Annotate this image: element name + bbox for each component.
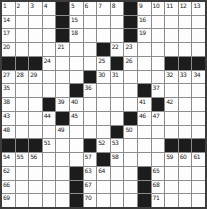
clue-number: 63	[85, 167, 92, 174]
white-cell[interactable]	[152, 139, 165, 152]
white-cell[interactable]: 53	[111, 139, 124, 152]
clue-number: 68	[153, 181, 160, 188]
white-cell[interactable]	[111, 167, 124, 180]
white-cell[interactable]	[29, 112, 42, 125]
white-cell[interactable]	[56, 194, 69, 207]
white-cell[interactable]	[111, 181, 124, 194]
white-cell[interactable]	[43, 84, 56, 97]
white-cell[interactable]	[97, 194, 110, 207]
white-cell[interactable]: 49	[56, 126, 69, 139]
clue-number: 14	[3, 16, 10, 23]
white-cell[interactable]: 55	[16, 153, 29, 166]
black-cell	[16, 57, 29, 70]
white-cell[interactable]	[56, 71, 69, 84]
white-cell[interactable]	[152, 29, 165, 42]
white-cell[interactable]: 47	[152, 112, 165, 125]
clue-number: 54	[3, 153, 10, 160]
clue-number: 30	[98, 71, 105, 78]
white-cell[interactable]: 1	[2, 2, 15, 15]
white-cell[interactable]: 36	[84, 84, 97, 97]
white-cell[interactable]	[192, 29, 205, 42]
white-cell[interactable]	[70, 153, 83, 166]
clue-number: 9	[139, 2, 142, 9]
white-cell[interactable]	[70, 126, 83, 139]
black-cell	[152, 98, 165, 111]
white-cell[interactable]: 45	[70, 112, 83, 125]
clue-number: 58	[112, 153, 119, 160]
white-cell[interactable]: 38	[2, 98, 15, 111]
white-cell[interactable]: 27	[2, 71, 15, 84]
white-cell[interactable]: 2	[16, 2, 29, 15]
clue-number: 61	[193, 153, 200, 160]
white-cell[interactable]: 14	[2, 16, 15, 29]
white-cell[interactable]: 58	[111, 153, 124, 166]
white-cell[interactable]: 57	[84, 153, 97, 166]
white-cell[interactable]: 16	[138, 16, 151, 29]
white-cell[interactable]	[124, 84, 137, 97]
clue-number: 59	[166, 153, 173, 160]
white-cell[interactable]	[97, 126, 110, 139]
clue-number: 1	[3, 2, 6, 9]
clue-number: 15	[71, 16, 78, 23]
clue-number: 62	[3, 167, 10, 174]
white-cell[interactable]: 69	[2, 194, 15, 207]
black-cell	[84, 139, 97, 152]
white-cell[interactable]: 25	[97, 57, 110, 70]
white-cell[interactable]: 43	[2, 112, 15, 125]
white-cell[interactable]	[56, 57, 69, 70]
clue-number: 36	[85, 84, 92, 91]
clue-number: 51	[44, 139, 51, 146]
black-cell	[124, 2, 137, 15]
black-cell	[56, 112, 69, 125]
clue-number: 46	[139, 112, 146, 119]
white-cell[interactable]	[165, 84, 178, 97]
white-cell[interactable]: 20	[2, 43, 15, 56]
white-cell[interactable]	[70, 71, 83, 84]
black-cell	[192, 57, 205, 70]
white-cell[interactable]: 30	[97, 71, 110, 84]
white-cell[interactable]	[29, 181, 42, 194]
clue-number: 6	[85, 2, 88, 9]
white-cell[interactable]: 7	[97, 2, 110, 15]
clue-number: 29	[30, 71, 37, 78]
white-cell[interactable]	[97, 181, 110, 194]
white-cell[interactable]	[111, 98, 124, 111]
black-cell	[70, 84, 83, 97]
black-cell	[16, 139, 29, 152]
white-cell[interactable]	[43, 16, 56, 29]
black-cell	[2, 139, 15, 152]
white-cell[interactable]	[70, 139, 83, 152]
white-cell[interactable]	[179, 29, 192, 42]
clue-number: 2	[17, 2, 20, 9]
white-cell[interactable]: 35	[2, 84, 15, 97]
white-cell[interactable]	[43, 71, 56, 84]
black-cell	[111, 126, 124, 139]
white-cell[interactable]: 18	[70, 29, 83, 42]
clue-number: 17	[3, 29, 10, 36]
white-cell[interactable]: 37	[152, 84, 165, 97]
white-cell[interactable]	[152, 43, 165, 56]
white-cell[interactable]: 9	[138, 2, 151, 15]
white-cell[interactable]	[16, 29, 29, 42]
white-cell[interactable]: 24	[43, 57, 56, 70]
black-cell	[29, 139, 42, 152]
clue-number: 18	[71, 29, 78, 36]
clue-number: 65	[153, 167, 160, 174]
black-cell	[56, 29, 69, 42]
clue-number: 24	[44, 57, 51, 64]
white-cell[interactable]	[111, 29, 124, 42]
white-cell[interactable]: 66	[2, 181, 15, 194]
white-cell[interactable]: 19	[138, 29, 151, 42]
black-cell	[111, 57, 124, 70]
clue-number: 33	[180, 71, 187, 78]
black-cell	[138, 181, 151, 194]
black-cell	[97, 43, 110, 56]
clue-number: 67	[85, 181, 92, 188]
black-cell	[138, 194, 151, 207]
white-cell[interactable]	[16, 16, 29, 29]
white-cell[interactable]	[56, 181, 69, 194]
clue-number: 22	[112, 43, 119, 50]
white-cell[interactable]: 31	[111, 71, 124, 84]
white-cell[interactable]	[111, 194, 124, 207]
white-cell[interactable]: 71	[152, 194, 165, 207]
white-cell[interactable]	[29, 43, 42, 56]
clue-number: 49	[57, 126, 64, 133]
clue-number: 5	[71, 2, 74, 9]
white-cell[interactable]	[43, 153, 56, 166]
white-cell[interactable]	[138, 153, 151, 166]
white-cell[interactable]	[16, 98, 29, 111]
white-cell[interactable]	[16, 112, 29, 125]
clue-number: 44	[44, 112, 51, 119]
white-cell[interactable]	[97, 84, 110, 97]
clue-number: 20	[3, 43, 10, 50]
white-cell[interactable]	[192, 43, 205, 56]
white-cell[interactable]	[179, 84, 192, 97]
white-cell[interactable]: 46	[138, 112, 151, 125]
clue-number: 48	[3, 126, 10, 133]
white-cell[interactable]	[179, 16, 192, 29]
clue-number: 10	[153, 2, 160, 9]
clue-number: 43	[3, 112, 10, 119]
white-cell[interactable]: 3	[29, 2, 42, 15]
white-cell[interactable]: 32	[165, 71, 178, 84]
black-cell	[165, 139, 178, 152]
white-cell[interactable]	[16, 126, 29, 139]
clue-number: 32	[166, 71, 173, 78]
white-cell[interactable]	[124, 194, 137, 207]
clue-number: 60	[180, 153, 187, 160]
crossword-grid: 1234567891011121314151617181920212223242…	[0, 0, 207, 209]
black-cell	[70, 167, 83, 180]
white-cell[interactable]	[43, 167, 56, 180]
clue-number: 13	[193, 2, 200, 9]
white-cell[interactable]	[29, 167, 42, 180]
black-cell	[84, 71, 97, 84]
white-cell[interactable]: 61	[192, 153, 205, 166]
white-cell[interactable]	[192, 112, 205, 125]
white-cell[interactable]	[152, 57, 165, 70]
white-cell[interactable]: 11	[165, 2, 178, 15]
white-cell[interactable]	[97, 16, 110, 29]
white-cell[interactable]	[152, 126, 165, 139]
clue-number: 35	[3, 84, 10, 91]
white-cell[interactable]: 10	[152, 2, 165, 15]
white-cell[interactable]: 54	[2, 153, 15, 166]
clue-number: 53	[112, 139, 119, 146]
white-cell[interactable]	[192, 84, 205, 97]
white-cell[interactable]	[16, 43, 29, 56]
white-cell[interactable]	[56, 153, 69, 166]
white-cell[interactable]: 6	[84, 2, 97, 15]
clue-number: 56	[30, 153, 37, 160]
white-cell[interactable]	[179, 126, 192, 139]
white-cell[interactable]: 67	[84, 181, 97, 194]
white-cell[interactable]	[70, 43, 83, 56]
clue-number: 11	[166, 2, 173, 9]
clue-number: 19	[139, 29, 146, 36]
white-cell[interactable]: 62	[2, 167, 15, 180]
white-cell[interactable]	[152, 153, 165, 166]
white-cell[interactable]: 26	[124, 57, 137, 70]
black-cell	[70, 194, 83, 207]
white-cell[interactable]: 4	[43, 2, 56, 15]
clue-number: 57	[85, 153, 92, 160]
clue-number: 34	[193, 71, 200, 78]
white-cell[interactable]	[84, 57, 97, 70]
white-cell[interactable]: 50	[124, 126, 137, 139]
clue-number: 66	[3, 181, 10, 188]
black-cell	[97, 153, 110, 166]
white-cell[interactable]	[192, 126, 205, 139]
black-cell	[165, 57, 178, 70]
white-cell[interactable]	[111, 112, 124, 125]
clue-number: 45	[71, 112, 78, 119]
black-cell	[70, 181, 83, 194]
black-cell	[179, 139, 192, 152]
white-cell[interactable]	[124, 98, 137, 111]
black-cell	[29, 57, 42, 70]
white-cell[interactable]	[43, 126, 56, 139]
white-cell[interactable]	[124, 181, 137, 194]
white-cell[interactable]	[111, 84, 124, 97]
clue-number: 39	[57, 98, 64, 105]
black-cell	[124, 112, 137, 125]
white-cell[interactable]	[84, 98, 97, 111]
white-cell[interactable]	[97, 98, 110, 111]
white-cell[interactable]	[56, 139, 69, 152]
black-cell	[43, 98, 56, 111]
white-cell[interactable]	[165, 167, 178, 180]
white-cell[interactable]	[56, 167, 69, 180]
white-cell[interactable]: 17	[2, 29, 15, 42]
white-cell[interactable]: 22	[111, 43, 124, 56]
clue-number: 25	[98, 57, 105, 64]
white-cell[interactable]	[84, 29, 97, 42]
white-cell[interactable]: 42	[165, 98, 178, 111]
white-cell[interactable]	[179, 194, 192, 207]
white-cell[interactable]	[43, 181, 56, 194]
white-cell[interactable]	[56, 84, 69, 97]
white-cell[interactable]: 64	[97, 167, 110, 180]
white-cell[interactable]	[124, 153, 137, 166]
white-cell[interactable]	[179, 43, 192, 56]
white-cell[interactable]: 48	[2, 126, 15, 139]
black-cell	[138, 84, 151, 97]
white-cell[interactable]	[165, 112, 178, 125]
clue-number: 4	[44, 2, 47, 9]
clue-number: 12	[180, 2, 187, 9]
white-cell[interactable]: 13	[192, 2, 205, 15]
white-cell[interactable]	[124, 71, 137, 84]
white-cell[interactable]	[29, 84, 42, 97]
clue-number: 38	[3, 98, 10, 105]
white-cell[interactable]: 59	[165, 153, 178, 166]
white-cell[interactable]	[124, 167, 137, 180]
white-cell[interactable]	[165, 126, 178, 139]
clue-number: 64	[98, 167, 105, 174]
white-cell[interactable]: 52	[97, 139, 110, 152]
white-cell[interactable]	[179, 181, 192, 194]
white-cell[interactable]	[152, 16, 165, 29]
white-cell[interactable]	[165, 43, 178, 56]
clue-number: 42	[166, 98, 173, 105]
white-cell[interactable]	[165, 16, 178, 29]
white-cell[interactable]	[192, 167, 205, 180]
white-cell[interactable]	[16, 181, 29, 194]
white-cell[interactable]: 29	[29, 71, 42, 84]
white-cell[interactable]	[29, 126, 42, 139]
white-cell[interactable]	[84, 43, 97, 56]
black-cell	[138, 167, 151, 180]
crossword-puzzle: 1234567891011121314151617181920212223242…	[0, 0, 207, 209]
white-cell[interactable]	[43, 43, 56, 56]
white-cell[interactable]	[192, 181, 205, 194]
white-cell[interactable]	[138, 126, 151, 139]
white-cell[interactable]: 44	[43, 112, 56, 125]
clue-number: 37	[153, 84, 160, 91]
black-cell	[2, 57, 15, 70]
white-cell[interactable]	[179, 112, 192, 125]
clue-number: 7	[98, 2, 101, 9]
black-cell	[56, 2, 69, 15]
clue-number: 52	[98, 139, 105, 146]
white-cell[interactable]	[43, 29, 56, 42]
white-cell[interactable]: 5	[70, 2, 83, 15]
white-cell[interactable]: 33	[179, 71, 192, 84]
clue-number: 70	[85, 194, 92, 201]
white-cell[interactable]: 51	[43, 139, 56, 152]
clue-number: 50	[125, 126, 132, 133]
clue-number: 26	[125, 57, 132, 64]
white-cell[interactable]	[16, 194, 29, 207]
white-cell[interactable]: 15	[70, 16, 83, 29]
white-cell[interactable]	[138, 43, 151, 56]
white-cell[interactable]	[179, 167, 192, 180]
white-cell[interactable]	[165, 29, 178, 42]
white-cell[interactable]: 12	[179, 2, 192, 15]
white-cell[interactable]	[111, 16, 124, 29]
white-cell[interactable]	[138, 57, 151, 70]
white-cell[interactable]: 41	[138, 98, 151, 111]
white-cell[interactable]	[29, 194, 42, 207]
white-cell[interactable]	[70, 57, 83, 70]
clue-number: 47	[153, 112, 160, 119]
white-cell[interactable]	[16, 84, 29, 97]
white-cell[interactable]	[84, 16, 97, 29]
white-cell[interactable]: 63	[84, 167, 97, 180]
white-cell[interactable]	[165, 194, 178, 207]
white-cell[interactable]	[84, 112, 97, 125]
black-cell	[192, 139, 205, 152]
white-cell[interactable]: 39	[56, 98, 69, 111]
white-cell[interactable]	[97, 112, 110, 125]
white-cell[interactable]: 34	[192, 71, 205, 84]
white-cell[interactable]: 40	[70, 98, 83, 111]
white-cell[interactable]	[43, 194, 56, 207]
clue-number: 40	[71, 98, 78, 105]
white-cell[interactable]	[29, 29, 42, 42]
white-cell[interactable]: 23	[124, 43, 137, 56]
white-cell[interactable]: 65	[152, 167, 165, 180]
clue-number: 27	[3, 71, 10, 78]
black-cell	[56, 16, 69, 29]
white-cell[interactable]	[192, 98, 205, 111]
black-cell	[124, 16, 137, 29]
white-cell[interactable]	[138, 139, 151, 152]
white-cell[interactable]: 70	[84, 194, 97, 207]
white-cell[interactable]: 21	[56, 43, 69, 56]
clue-number: 21	[57, 43, 64, 50]
black-cell	[124, 29, 137, 42]
white-cell[interactable]	[179, 98, 192, 111]
white-cell[interactable]	[152, 71, 165, 84]
clue-number: 28	[17, 71, 24, 78]
white-cell[interactable]	[29, 16, 42, 29]
clue-number: 8	[112, 2, 115, 9]
white-cell[interactable]	[192, 16, 205, 29]
white-cell[interactable]	[97, 29, 110, 42]
clue-number: 55	[17, 153, 24, 160]
clue-number: 23	[125, 43, 132, 50]
clue-number: 41	[139, 98, 146, 105]
white-cell[interactable]: 60	[179, 153, 192, 166]
clue-number: 69	[3, 194, 10, 201]
white-cell[interactable]	[124, 139, 137, 152]
white-cell[interactable]: 68	[152, 181, 165, 194]
black-cell	[179, 57, 192, 70]
white-cell[interactable]	[165, 181, 178, 194]
white-cell[interactable]	[16, 167, 29, 180]
clue-number: 31	[112, 71, 119, 78]
white-cell[interactable]: 28	[16, 71, 29, 84]
clue-number: 3	[30, 2, 33, 9]
clue-number: 71	[153, 194, 160, 201]
clue-number: 16	[139, 16, 146, 23]
white-cell[interactable]	[192, 194, 205, 207]
white-cell[interactable]: 8	[111, 2, 124, 15]
white-cell[interactable]	[138, 71, 151, 84]
white-cell[interactable]	[84, 126, 97, 139]
white-cell[interactable]	[29, 98, 42, 111]
white-cell[interactable]: 56	[29, 153, 42, 166]
